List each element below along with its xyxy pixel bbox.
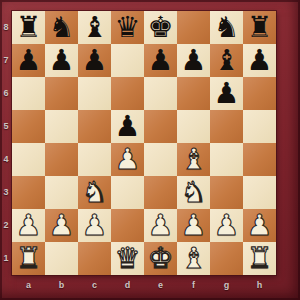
square-d5[interactable]: ♟	[111, 110, 144, 143]
square-a4[interactable]	[12, 143, 45, 176]
white-pawn-a2: ♟	[16, 209, 42, 242]
file-label-e: e	[144, 277, 177, 293]
white-pawn-c2: ♟	[82, 209, 108, 242]
square-h1[interactable]: ♜	[243, 242, 276, 275]
square-h3[interactable]	[243, 176, 276, 209]
file-label-b: b	[45, 277, 78, 293]
square-a6[interactable]	[12, 77, 45, 110]
square-c6[interactable]	[78, 77, 111, 110]
chess-diagram: ♜♞♝♛♚♞♜♟♟♟♟♟♝♟♟♟♟♝♞♞♟♟♟♟♟♟♟♜♛♚♝♜ 8765432…	[0, 0, 300, 300]
black-pawn-e7: ♟	[148, 44, 174, 77]
square-a7[interactable]: ♟	[12, 44, 45, 77]
rank-label-2: 2	[0, 209, 12, 242]
black-pawn-c7: ♟	[82, 44, 108, 77]
square-e7[interactable]: ♟	[144, 44, 177, 77]
square-b1[interactable]	[45, 242, 78, 275]
square-g6[interactable]: ♟	[210, 77, 243, 110]
square-e1[interactable]: ♚	[144, 242, 177, 275]
square-e3[interactable]	[144, 176, 177, 209]
black-pawn-h7: ♟	[247, 44, 273, 77]
square-c4[interactable]	[78, 143, 111, 176]
square-h7[interactable]: ♟	[243, 44, 276, 77]
square-g4[interactable]	[210, 143, 243, 176]
black-knight-g8: ♞	[214, 11, 240, 44]
square-g7[interactable]: ♝	[210, 44, 243, 77]
white-pawn-g2: ♟	[214, 209, 240, 242]
file-label-d: d	[111, 277, 144, 293]
white-king-e1: ♚	[148, 242, 174, 275]
black-pawn-a7: ♟	[16, 44, 42, 77]
square-h2[interactable]: ♟	[243, 209, 276, 242]
square-d7[interactable]	[111, 44, 144, 77]
rank-label-4: 4	[0, 143, 12, 176]
square-f1[interactable]: ♝	[177, 242, 210, 275]
white-bishop-f1: ♝	[181, 242, 207, 275]
black-pawn-d5: ♟	[115, 110, 141, 143]
white-rook-a1: ♜	[16, 242, 42, 275]
square-f3[interactable]: ♞	[177, 176, 210, 209]
rank-label-7: 7	[0, 44, 12, 77]
square-a5[interactable]	[12, 110, 45, 143]
rank-label-3: 3	[0, 176, 12, 209]
square-b3[interactable]	[45, 176, 78, 209]
square-b6[interactable]	[45, 77, 78, 110]
square-h6[interactable]	[243, 77, 276, 110]
square-d6[interactable]	[111, 77, 144, 110]
square-g5[interactable]	[210, 110, 243, 143]
square-a3[interactable]	[12, 176, 45, 209]
square-b4[interactable]	[45, 143, 78, 176]
white-queen-d1: ♛	[115, 242, 141, 275]
white-knight-c3: ♞	[82, 176, 108, 209]
square-d2[interactable]	[111, 209, 144, 242]
black-pawn-b7: ♟	[49, 44, 75, 77]
file-label-f: f	[177, 277, 210, 293]
black-queen-d8: ♛	[115, 11, 141, 44]
black-bishop-g7: ♝	[214, 44, 240, 77]
square-b2[interactable]: ♟	[45, 209, 78, 242]
white-pawn-d4: ♟	[115, 143, 141, 176]
square-c3[interactable]: ♞	[78, 176, 111, 209]
square-e2[interactable]: ♟	[144, 209, 177, 242]
white-bishop-f4: ♝	[181, 143, 207, 176]
black-pawn-f7: ♟	[181, 44, 207, 77]
square-e6[interactable]	[144, 77, 177, 110]
black-king-e8: ♚	[148, 11, 174, 44]
square-b8[interactable]: ♞	[45, 11, 78, 44]
square-f4[interactable]: ♝	[177, 143, 210, 176]
rank-label-5: 5	[0, 110, 12, 143]
file-label-h: h	[243, 277, 276, 293]
square-e8[interactable]: ♚	[144, 11, 177, 44]
square-a8[interactable]: ♜	[12, 11, 45, 44]
square-f2[interactable]: ♟	[177, 209, 210, 242]
square-c5[interactable]	[78, 110, 111, 143]
square-e5[interactable]	[144, 110, 177, 143]
white-pawn-f2: ♟	[181, 209, 207, 242]
square-c2[interactable]: ♟	[78, 209, 111, 242]
chess-board: ♜♞♝♛♚♞♜♟♟♟♟♟♝♟♟♟♟♝♞♞♟♟♟♟♟♟♟♜♛♚♝♜	[12, 11, 276, 275]
square-f5[interactable]	[177, 110, 210, 143]
black-rook-h8: ♜	[247, 11, 273, 44]
black-knight-b8: ♞	[49, 11, 75, 44]
square-d1[interactable]: ♛	[111, 242, 144, 275]
square-d4[interactable]: ♟	[111, 143, 144, 176]
square-e4[interactable]	[144, 143, 177, 176]
white-rook-h1: ♜	[247, 242, 273, 275]
rank-label-6: 6	[0, 77, 12, 110]
white-pawn-e2: ♟	[148, 209, 174, 242]
square-g1[interactable]	[210, 242, 243, 275]
square-c1[interactable]	[78, 242, 111, 275]
square-g8[interactable]: ♞	[210, 11, 243, 44]
square-h8[interactable]: ♜	[243, 11, 276, 44]
file-label-c: c	[78, 277, 111, 293]
white-pawn-b2: ♟	[49, 209, 75, 242]
file-label-a: a	[12, 277, 45, 293]
square-g2[interactable]: ♟	[210, 209, 243, 242]
square-b7[interactable]: ♟	[45, 44, 78, 77]
rank-label-8: 8	[0, 11, 12, 44]
black-pawn-g6: ♟	[214, 77, 240, 110]
file-label-g: g	[210, 277, 243, 293]
square-h5[interactable]	[243, 110, 276, 143]
square-f6[interactable]	[177, 77, 210, 110]
square-d3[interactable]	[111, 176, 144, 209]
square-g3[interactable]	[210, 176, 243, 209]
rank-label-1: 1	[0, 242, 12, 275]
black-bishop-c8: ♝	[82, 11, 108, 44]
white-knight-f3: ♞	[181, 176, 207, 209]
square-c8[interactable]: ♝	[78, 11, 111, 44]
square-h4[interactable]	[243, 143, 276, 176]
square-b5[interactable]	[45, 110, 78, 143]
square-c7[interactable]: ♟	[78, 44, 111, 77]
black-rook-a8: ♜	[16, 11, 42, 44]
square-a1[interactable]: ♜	[12, 242, 45, 275]
square-a2[interactable]: ♟	[12, 209, 45, 242]
white-pawn-h2: ♟	[247, 209, 273, 242]
square-f8[interactable]	[177, 11, 210, 44]
square-f7[interactable]: ♟	[177, 44, 210, 77]
square-d8[interactable]: ♛	[111, 11, 144, 44]
